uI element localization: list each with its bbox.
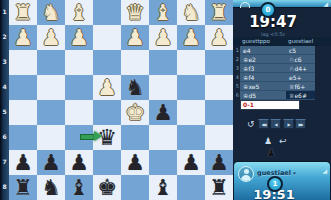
square-c4[interactable] bbox=[149, 75, 177, 100]
piece-white-queen-d1[interactable]: ♛ bbox=[125, 2, 145, 24]
piece-white-king-d5[interactable]: ♚ bbox=[125, 102, 145, 124]
piece-white-pawn-d2[interactable]: ♟ bbox=[125, 27, 145, 49]
piece-white-pawn-g2[interactable]: ♟ bbox=[41, 27, 61, 49]
square-b1[interactable]: ♞ bbox=[177, 0, 205, 25]
square-f5[interactable] bbox=[65, 100, 93, 125]
move-list: guesttppo guestiael 1e4c52♔e2♘c63♔f3♘d4+… bbox=[233, 37, 331, 100]
square-e8[interactable]: ♚ bbox=[93, 175, 121, 200]
square-h2[interactable]: ♟ bbox=[9, 25, 37, 50]
square-d7[interactable]: ♟ bbox=[121, 150, 149, 175]
square-g6[interactable] bbox=[37, 125, 65, 150]
square-d1[interactable]: ♛ bbox=[121, 0, 149, 25]
rank-label-3: 3 bbox=[0, 58, 9, 66]
move-row-2: 2♔e2♘c6 bbox=[233, 55, 331, 64]
rank-label-4: 4 bbox=[0, 83, 9, 91]
square-e2[interactable] bbox=[93, 25, 121, 50]
name-dropdown-caret: ▾ bbox=[293, 170, 296, 176]
piece-black-pawn-c5[interactable]: ♟ bbox=[153, 102, 173, 124]
black-move-4[interactable]: e5+ bbox=[286, 73, 315, 82]
white-move-5[interactable]: ♔xe5 bbox=[240, 82, 286, 91]
rank-label-1: 1 bbox=[0, 8, 9, 16]
flip-board-icon[interactable]: ↺ bbox=[247, 119, 255, 129]
square-a1[interactable]: ♜ bbox=[205, 0, 233, 25]
square-a5[interactable] bbox=[205, 100, 233, 125]
piece-white-knight-g1[interactable]: ♞ bbox=[41, 2, 61, 24]
square-g7[interactable]: ♟ bbox=[37, 150, 65, 175]
piece-black-bishop-f8[interactable]: ♝ bbox=[69, 177, 89, 199]
piece-white-rook-h1[interactable]: ♜ bbox=[13, 2, 33, 24]
square-a7[interactable]: ♟ bbox=[205, 150, 233, 175]
piece-black-pawn-a7[interactable]: ♟ bbox=[209, 152, 229, 174]
avatar-body bbox=[241, 175, 251, 182]
square-f7[interactable]: ♟ bbox=[65, 150, 93, 175]
white-lag-badge: 0 bbox=[260, 2, 276, 18]
rank-label-strip bbox=[0, 0, 9, 200]
move-number: 2 bbox=[233, 55, 240, 64]
piece-white-pawn-b2[interactable]: ♟ bbox=[181, 27, 201, 49]
square-e6[interactable]: ♛ bbox=[93, 125, 121, 150]
square-c8[interactable]: ♝ bbox=[149, 175, 177, 200]
move-number: 4 bbox=[233, 73, 240, 82]
move-number: 5 bbox=[233, 82, 240, 91]
move-input[interactable]: 0-1 bbox=[240, 100, 300, 110]
piece-black-pawn-g7[interactable]: ♟ bbox=[41, 152, 61, 174]
piece-tool-icon[interactable]: ♟ bbox=[264, 136, 272, 146]
square-e1[interactable] bbox=[93, 0, 121, 25]
square-g3[interactable] bbox=[37, 50, 65, 75]
move-number: 3 bbox=[233, 64, 240, 73]
rank-label-5: 5 bbox=[0, 108, 9, 116]
top-resize-corner-icon: ◢ bbox=[323, 1, 328, 7]
square-b2[interactable]: ♟ bbox=[177, 25, 205, 50]
move-number-header bbox=[233, 37, 240, 46]
avatar-head bbox=[244, 169, 249, 174]
square-c1[interactable]: ♝ bbox=[149, 0, 177, 25]
piece-white-pawn-a2[interactable]: ♟ bbox=[209, 27, 229, 49]
go-to-start-button[interactable]: ◀◀ bbox=[258, 119, 269, 129]
white-move-2[interactable]: ♔e2 bbox=[240, 55, 286, 64]
step-back-button[interactable]: ◀ bbox=[270, 119, 281, 129]
square-d4[interactable]: ♞ bbox=[121, 75, 149, 100]
square-h7[interactable]: ♟ bbox=[9, 150, 37, 175]
white-move-4[interactable]: ♔f4 bbox=[240, 73, 286, 82]
black-move-5[interactable]: ♕f6+ bbox=[286, 82, 315, 91]
black-move-2[interactable]: ♘c6 bbox=[286, 55, 315, 64]
square-e3[interactable] bbox=[93, 50, 121, 75]
square-d5[interactable]: ♚ bbox=[121, 100, 149, 125]
avatar-icon bbox=[238, 166, 254, 182]
white-move-6[interactable]: ♔d5 bbox=[240, 91, 286, 100]
square-f3[interactable] bbox=[65, 50, 93, 75]
square-a2[interactable]: ♟ bbox=[205, 25, 233, 50]
square-d3[interactable] bbox=[121, 50, 149, 75]
piece-black-pawn-f7[interactable]: ♟ bbox=[69, 152, 89, 174]
top-player-box-edge[interactable]: ◢ bbox=[233, 0, 331, 8]
piece-white-pawn-h2[interactable]: ♟ bbox=[13, 27, 33, 49]
square-c7[interactable] bbox=[149, 150, 177, 175]
square-b7[interactable]: ♟ bbox=[177, 150, 205, 175]
square-b5[interactable] bbox=[177, 100, 205, 125]
black-move-1[interactable]: c5 bbox=[286, 46, 315, 55]
square-e5[interactable] bbox=[93, 100, 121, 125]
piece-black-rook-a8[interactable]: ♜ bbox=[209, 177, 229, 199]
bottom-resize-corner-icon: ◢ bbox=[322, 168, 327, 174]
square-f6[interactable] bbox=[65, 125, 93, 150]
black-move-3[interactable]: ♘d4+ bbox=[286, 64, 315, 73]
go-to-end-button[interactable]: ▶▶ bbox=[295, 119, 306, 129]
move-number: 1 bbox=[233, 46, 240, 55]
chess-board-area: 12345678 ♜♞♝♛♝♞♜♟♟♟♟♟♟♟♟♞♚♟♛♟♟♟♟♟♟♜♞♝♚♝♜ bbox=[0, 0, 233, 200]
square-h1[interactable]: ♜ bbox=[9, 0, 37, 25]
piece-white-bishop-c1[interactable]: ♝ bbox=[153, 2, 173, 24]
piece-white-pawn-e4[interactable]: ♟ bbox=[97, 77, 117, 99]
black-move-6[interactable]: ♕e6# bbox=[286, 91, 315, 100]
rank-label-6: 6 bbox=[0, 133, 9, 141]
square-c3[interactable] bbox=[149, 50, 177, 75]
move-number: 6 bbox=[233, 91, 240, 100]
move-list-header: guesttppo guestiael bbox=[233, 37, 331, 46]
black-player-header: guestiael bbox=[286, 37, 315, 46]
square-f8[interactable]: ♝ bbox=[65, 175, 93, 200]
square-f4[interactable] bbox=[65, 75, 93, 100]
square-f1[interactable]: ♝ bbox=[65, 0, 93, 25]
piece-white-pawn-f2[interactable]: ♟ bbox=[69, 27, 89, 49]
square-g8[interactable]: ♞ bbox=[37, 175, 65, 200]
move-row-5: 5♔xe5♕f6+ bbox=[233, 82, 331, 91]
rank-label-8: 8 bbox=[0, 183, 9, 191]
square-f2[interactable]: ♟ bbox=[65, 25, 93, 50]
square-b4[interactable] bbox=[177, 75, 205, 100]
square-b6[interactable] bbox=[177, 125, 205, 150]
move-rows: 1e4c52♔e2♘c63♔f3♘d4+4♔f4e5+5♔xe5♕f6+6♔d5… bbox=[233, 46, 331, 100]
square-a4[interactable] bbox=[205, 75, 233, 100]
square-h8[interactable]: ♜ bbox=[9, 175, 37, 200]
square-g2[interactable]: ♟ bbox=[37, 25, 65, 50]
piece-black-queen-e6[interactable]: ♛ bbox=[97, 127, 117, 149]
top-avatar-icon bbox=[240, 2, 250, 8]
square-a6[interactable] bbox=[205, 125, 233, 150]
move-row-4: 4♔f4e5+ bbox=[233, 73, 331, 82]
piece-white-rook-a1[interactable]: ♜ bbox=[209, 2, 229, 24]
piece-black-pawn-b7[interactable]: ♟ bbox=[181, 152, 201, 174]
square-b3[interactable] bbox=[177, 50, 205, 75]
white-move-3[interactable]: ♔f3 bbox=[240, 64, 286, 73]
square-b8[interactable] bbox=[177, 175, 205, 200]
square-d8[interactable] bbox=[121, 175, 149, 200]
move-row-6: 6♔d5♕e6# bbox=[233, 91, 331, 100]
game-panel: ◢ 0 19:47 lag <0.5s guesttppo guestiael … bbox=[233, 0, 331, 200]
square-c2[interactable]: ♟ bbox=[149, 25, 177, 50]
black-lag-badge: 1 bbox=[267, 176, 283, 192]
square-c5[interactable]: ♟ bbox=[149, 100, 177, 125]
square-d6[interactable] bbox=[121, 125, 149, 150]
square-g4[interactable] bbox=[37, 75, 65, 100]
square-a8[interactable]: ♜ bbox=[205, 175, 233, 200]
move-row-1: 1e4c5 bbox=[233, 46, 331, 55]
piece-black-king-e8[interactable]: ♚ bbox=[97, 177, 117, 199]
white-player-header: guesttppo bbox=[240, 37, 286, 46]
square-e7[interactable] bbox=[93, 150, 121, 175]
piece-black-bishop-c8[interactable]: ♝ bbox=[153, 177, 173, 199]
rank-label-7: 7 bbox=[0, 158, 9, 166]
piece-black-knight-d4[interactable]: ♞ bbox=[125, 77, 145, 99]
chess-board[interactable]: ♜♞♝♛♝♞♜♟♟♟♟♟♟♟♟♞♚♟♛♟♟♟♟♟♟♜♞♝♚♝♜ bbox=[9, 0, 233, 200]
takeback-icon[interactable]: ↩ bbox=[279, 136, 287, 146]
square-d2[interactable]: ♟ bbox=[121, 25, 149, 50]
piece-black-pawn-d7[interactable]: ♟ bbox=[125, 152, 145, 174]
square-e4[interactable]: ♟ bbox=[93, 75, 121, 100]
piece-white-knight-b1[interactable]: ♞ bbox=[181, 2, 201, 24]
move-row-3: 3♔f3♘d4+ bbox=[233, 64, 331, 73]
piece-black-knight-g8[interactable]: ♞ bbox=[41, 177, 61, 199]
square-h4[interactable] bbox=[9, 75, 37, 100]
square-g5[interactable] bbox=[37, 100, 65, 125]
square-h5[interactable] bbox=[9, 100, 37, 125]
piece-white-pawn-c2[interactable]: ♟ bbox=[153, 27, 173, 49]
white-move-1[interactable]: e4 bbox=[240, 46, 286, 55]
square-g1[interactable]: ♞ bbox=[37, 0, 65, 25]
square-h6[interactable] bbox=[9, 125, 37, 150]
square-a3[interactable] bbox=[205, 50, 233, 75]
piece-black-rook-h8[interactable]: ♜ bbox=[13, 177, 33, 199]
captured-black-pawn: ♟ bbox=[267, 148, 276, 158]
rank-label-2: 2 bbox=[0, 33, 9, 41]
step-forward-button[interactable]: ▶ bbox=[283, 119, 294, 129]
piece-black-pawn-h7[interactable]: ♟ bbox=[13, 152, 33, 174]
square-h3[interactable] bbox=[9, 50, 37, 75]
square-c6[interactable] bbox=[149, 125, 177, 150]
piece-white-bishop-f1[interactable]: ♝ bbox=[69, 2, 89, 24]
